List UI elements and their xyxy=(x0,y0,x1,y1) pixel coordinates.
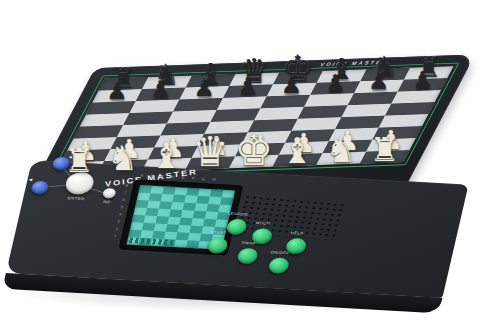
product-photo: VOICE MASTER VOICE MASTER ▲ ◄ ENTER NO A… xyxy=(0,0,500,322)
power-button-label: ON/OFF xyxy=(262,250,298,256)
piece-white-queen[interactable]: ♛ xyxy=(192,132,229,173)
power-button[interactable] xyxy=(267,257,290,274)
piece-black-pawn[interactable]: ♟ xyxy=(325,72,346,95)
piece-white-king[interactable]: ♚ xyxy=(235,129,274,172)
piece-white-knight[interactable]: ♞ xyxy=(108,141,138,175)
piece-black-pawn[interactable]: ♟ xyxy=(107,80,128,103)
piece-black-pawn[interactable]: ♟ xyxy=(150,78,171,101)
piece-white-rook[interactable]: ♜ xyxy=(64,143,94,176)
piece-black-pawn[interactable]: ♟ xyxy=(369,71,390,94)
piece-white-rook[interactable]: ♜ xyxy=(370,132,400,165)
swap-button[interactable] xyxy=(236,248,259,265)
piece-black-pawn[interactable]: ♟ xyxy=(194,77,215,100)
down-arrow-icon: ◄ xyxy=(27,177,34,182)
no-button[interactable] xyxy=(101,187,116,198)
piece-white-bishop[interactable]: ♝ xyxy=(282,134,313,169)
control-deck-group: VOICE MASTER ▲ ◄ ENTER NO ABCDEFGH 87654… xyxy=(6,160,469,298)
piece-black-pawn[interactable]: ♟ xyxy=(412,69,433,92)
swap-button-label: SWAP xyxy=(231,240,267,246)
piece-black-pawn[interactable]: ♟ xyxy=(281,74,302,97)
piece-white-knight[interactable]: ♞ xyxy=(326,133,356,167)
piece-black-pawn[interactable]: ♟ xyxy=(238,75,259,98)
piece-white-bishop[interactable]: ♝ xyxy=(151,139,182,174)
down-button[interactable] xyxy=(30,180,50,194)
